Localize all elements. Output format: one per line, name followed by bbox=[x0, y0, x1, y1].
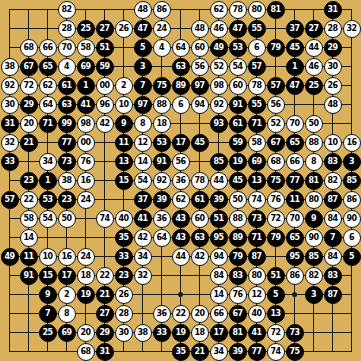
board-cell[interactable]: 16 bbox=[76, 171, 95, 190]
board-cell[interactable]: 79 bbox=[266, 228, 285, 247]
board-cell[interactable]: 3 bbox=[342, 152, 361, 171]
board-cell[interactable]: 69 bbox=[247, 152, 266, 171]
board-cell[interactable]: 36 bbox=[152, 304, 171, 323]
board-cell[interactable]: 45 bbox=[285, 38, 304, 57]
board-cell[interactable]: 71 bbox=[247, 114, 266, 133]
board-cell[interactable]: 13 bbox=[114, 152, 133, 171]
board-cell[interactable]: 38 bbox=[57, 171, 76, 190]
board-cell[interactable] bbox=[0, 228, 19, 247]
board-cell[interactable] bbox=[38, 133, 57, 152]
board-cell[interactable]: 22 bbox=[95, 266, 114, 285]
board-cell[interactable]: 45 bbox=[190, 133, 209, 152]
board-cell[interactable]: 53 bbox=[38, 190, 57, 209]
board-cell[interactable]: 63 bbox=[190, 228, 209, 247]
board-cell[interactable]: 3 bbox=[304, 285, 323, 304]
board-cell[interactable]: 83 bbox=[323, 266, 342, 285]
board-cell[interactable]: 63 bbox=[57, 95, 76, 114]
board-cell[interactable]: 97 bbox=[133, 95, 152, 114]
board-cell[interactable]: 79 bbox=[266, 38, 285, 57]
board-cell[interactable]: 1 bbox=[38, 171, 57, 190]
board-cell[interactable] bbox=[304, 342, 323, 361]
board-cell[interactable] bbox=[266, 57, 285, 76]
board-cell[interactable]: 19 bbox=[76, 285, 95, 304]
board-cell[interactable]: 44 bbox=[171, 247, 190, 266]
board-cell[interactable]: 16 bbox=[57, 247, 76, 266]
board-cell[interactable]: 94 bbox=[209, 247, 228, 266]
board-cell[interactable]: 11 bbox=[114, 133, 133, 152]
board-cell[interactable]: 88 bbox=[152, 95, 171, 114]
board-cell[interactable]: 19 bbox=[228, 152, 247, 171]
board-cell[interactable]: 88 bbox=[304, 133, 323, 152]
board-cell[interactable] bbox=[133, 342, 152, 361]
board-cell[interactable]: 40 bbox=[114, 209, 133, 228]
board-cell[interactable]: 9 bbox=[304, 209, 323, 228]
board-cell[interactable] bbox=[304, 95, 323, 114]
board-cell[interactable]: 48 bbox=[323, 95, 342, 114]
board-cell[interactable]: 21 bbox=[19, 133, 38, 152]
board-cell[interactable] bbox=[285, 304, 304, 323]
board-cell[interactable]: 12 bbox=[247, 285, 266, 304]
board-cell[interactable]: 33 bbox=[152, 323, 171, 342]
board-cell[interactable] bbox=[342, 0, 361, 19]
board-cell[interactable] bbox=[0, 0, 19, 19]
board-cell[interactable]: 89 bbox=[228, 228, 247, 247]
board-cell[interactable]: 65 bbox=[285, 228, 304, 247]
board-cell[interactable]: 66 bbox=[209, 304, 228, 323]
board-cell[interactable] bbox=[114, 57, 133, 76]
board-cell[interactable]: 3 bbox=[133, 57, 152, 76]
board-cell[interactable] bbox=[323, 114, 342, 133]
board-cell[interactable]: 24 bbox=[152, 19, 171, 38]
board-cell[interactable]: 59 bbox=[228, 133, 247, 152]
board-cell[interactable]: 57 bbox=[0, 190, 19, 209]
board-cell[interactable] bbox=[285, 285, 304, 304]
board-cell[interactable]: 76 bbox=[266, 190, 285, 209]
board-cell[interactable]: 30 bbox=[323, 57, 342, 76]
board-cell[interactable]: 91 bbox=[19, 266, 38, 285]
board-cell[interactable] bbox=[152, 285, 171, 304]
board-cell[interactable]: 48 bbox=[190, 19, 209, 38]
board-cell[interactable] bbox=[209, 133, 228, 152]
board-cell[interactable]: 84 bbox=[323, 247, 342, 266]
board-cell[interactable]: 51 bbox=[95, 38, 114, 57]
board-cell[interactable]: 62 bbox=[38, 76, 57, 95]
board-cell[interactable] bbox=[95, 247, 114, 266]
board-cell[interactable]: 7 bbox=[38, 304, 57, 323]
board-cell[interactable]: 52 bbox=[209, 57, 228, 76]
board-cell[interactable]: 49 bbox=[0, 247, 19, 266]
board-cell[interactable]: 59 bbox=[95, 57, 114, 76]
board-cell[interactable]: 30 bbox=[114, 323, 133, 342]
board-cell[interactable]: 91 bbox=[152, 152, 171, 171]
board-cell[interactable]: 00 bbox=[95, 76, 114, 95]
board-cell[interactable]: 84 bbox=[209, 266, 228, 285]
board-cell[interactable]: 20 bbox=[76, 323, 95, 342]
board-cell[interactable]: 64 bbox=[171, 38, 190, 57]
board-cell[interactable]: 25 bbox=[304, 76, 323, 95]
board-cell[interactable] bbox=[0, 285, 19, 304]
board-cell[interactable]: 74 bbox=[247, 190, 266, 209]
board-cell[interactable] bbox=[133, 285, 152, 304]
board-cell[interactable] bbox=[342, 285, 361, 304]
board-cell[interactable]: 90 bbox=[342, 209, 361, 228]
board-cell[interactable]: 8 bbox=[133, 114, 152, 133]
board-cell[interactable]: 99 bbox=[57, 114, 76, 133]
board-cell[interactable]: 72 bbox=[19, 76, 38, 95]
board-cell[interactable] bbox=[19, 323, 38, 342]
board-cell[interactable] bbox=[323, 304, 342, 323]
board-cell[interactable]: 31 bbox=[0, 114, 19, 133]
board-cell[interactable]: 20 bbox=[190, 304, 209, 323]
board-cell[interactable]: 41 bbox=[133, 209, 152, 228]
board-cell[interactable]: 2 bbox=[114, 76, 133, 95]
board-cell[interactable]: 69 bbox=[76, 57, 95, 76]
board-cell[interactable]: 56 bbox=[266, 95, 285, 114]
board-cell[interactable] bbox=[38, 342, 57, 361]
board-cell[interactable]: 47 bbox=[285, 76, 304, 95]
board-cell[interactable]: 29 bbox=[323, 38, 342, 57]
board-cell[interactable]: 67 bbox=[266, 133, 285, 152]
board-cell[interactable]: 53 bbox=[152, 133, 171, 152]
board-cell[interactable]: 85 bbox=[304, 247, 323, 266]
board-cell[interactable]: 18 bbox=[152, 114, 171, 133]
board-cell[interactable]: 58 bbox=[247, 133, 266, 152]
board-cell[interactable]: 25 bbox=[38, 323, 57, 342]
board-cell[interactable]: 36 bbox=[171, 171, 190, 190]
board-cell[interactable]: 2 bbox=[57, 285, 76, 304]
board-cell[interactable]: 23 bbox=[57, 190, 76, 209]
board-cell[interactable] bbox=[323, 342, 342, 361]
board-cell[interactable]: 81 bbox=[228, 323, 247, 342]
board-cell[interactable]: 21 bbox=[95, 285, 114, 304]
board-cell[interactable]: 25 bbox=[76, 19, 95, 38]
board-cell[interactable]: 24 bbox=[76, 247, 95, 266]
board-cell[interactable]: 28 bbox=[323, 19, 342, 38]
board-cell[interactable]: 53 bbox=[228, 38, 247, 57]
board-cell[interactable]: 80 bbox=[247, 0, 266, 19]
board-cell[interactable]: 75 bbox=[285, 342, 304, 361]
board-cell[interactable]: 63 bbox=[171, 57, 190, 76]
board-cell[interactable]: 79 bbox=[228, 247, 247, 266]
board-cell[interactable]: 75 bbox=[152, 76, 171, 95]
board-cell[interactable] bbox=[171, 0, 190, 19]
board-cell[interactable]: 20 bbox=[19, 114, 38, 133]
board-cell[interactable]: 87 bbox=[323, 190, 342, 209]
board-cell[interactable]: 42 bbox=[190, 247, 209, 266]
board-cell[interactable] bbox=[342, 342, 361, 361]
board-cell[interactable]: 78 bbox=[247, 76, 266, 95]
board-cell[interactable]: 55 bbox=[247, 19, 266, 38]
board-cell[interactable]: 40 bbox=[247, 304, 266, 323]
board-cell[interactable]: 36 bbox=[152, 209, 171, 228]
board-cell[interactable]: 14 bbox=[209, 285, 228, 304]
board-cell[interactable]: 54 bbox=[38, 209, 57, 228]
board-cell[interactable] bbox=[0, 19, 19, 38]
board-cell[interactable]: 21 bbox=[190, 342, 209, 361]
board-cell[interactable]: 92 bbox=[0, 76, 19, 95]
board-cell[interactable]: 17 bbox=[209, 323, 228, 342]
board-cell[interactable]: 81 bbox=[266, 0, 285, 19]
board-cell[interactable]: 87 bbox=[247, 247, 266, 266]
board-cell[interactable]: 65 bbox=[38, 57, 57, 76]
board-cell[interactable]: 27 bbox=[304, 19, 323, 38]
board-cell[interactable]: 50 bbox=[57, 209, 76, 228]
board-cell[interactable]: 44 bbox=[304, 38, 323, 57]
board-cell[interactable]: 94 bbox=[190, 95, 209, 114]
board-cell[interactable] bbox=[114, 0, 133, 19]
board-cell[interactable] bbox=[19, 152, 38, 171]
board-cell[interactable]: 13 bbox=[247, 171, 266, 190]
board-cell[interactable] bbox=[19, 342, 38, 361]
board-cell[interactable] bbox=[95, 133, 114, 152]
board-cell[interactable] bbox=[285, 0, 304, 19]
board-cell[interactable]: 31 bbox=[95, 342, 114, 361]
board-cell[interactable]: 6 bbox=[171, 95, 190, 114]
board-cell[interactable]: 60 bbox=[190, 209, 209, 228]
board-cell[interactable]: 48 bbox=[133, 0, 152, 19]
board-cell[interactable]: 6 bbox=[342, 228, 361, 247]
board-cell[interactable]: 95 bbox=[209, 228, 228, 247]
board-cell[interactable]: 65 bbox=[285, 133, 304, 152]
board-cell[interactable]: 10 bbox=[323, 133, 342, 152]
board-cell[interactable]: 1 bbox=[285, 57, 304, 76]
board-cell[interactable]: 78 bbox=[228, 0, 247, 19]
board-cell[interactable]: 72 bbox=[266, 323, 285, 342]
board-cell[interactable] bbox=[0, 304, 19, 323]
board-cell[interactable] bbox=[190, 266, 209, 285]
board-cell[interactable]: 49 bbox=[209, 38, 228, 57]
board-cell[interactable] bbox=[304, 323, 323, 342]
board-cell[interactable]: 70 bbox=[57, 38, 76, 57]
board-cell[interactable] bbox=[19, 0, 38, 19]
board-cell[interactable] bbox=[342, 114, 361, 133]
board-cell[interactable]: 47 bbox=[133, 19, 152, 38]
board-cell[interactable] bbox=[19, 285, 38, 304]
board-cell[interactable]: 55 bbox=[247, 95, 266, 114]
board-cell[interactable]: 31 bbox=[323, 0, 342, 19]
board-cell[interactable]: 84 bbox=[323, 209, 342, 228]
board-cell[interactable] bbox=[342, 323, 361, 342]
board-cell[interactable]: 47 bbox=[228, 19, 247, 38]
board-cell[interactable]: 81 bbox=[304, 171, 323, 190]
board-cell[interactable]: 27 bbox=[95, 19, 114, 38]
board-cell[interactable]: 50 bbox=[228, 190, 247, 209]
board-cell[interactable]: 54 bbox=[133, 171, 152, 190]
board-cell[interactable] bbox=[0, 323, 19, 342]
board-cell[interactable]: 27 bbox=[95, 304, 114, 323]
board-cell[interactable]: 71 bbox=[247, 228, 266, 247]
board-cell[interactable] bbox=[38, 19, 57, 38]
board-cell[interactable]: 74 bbox=[266, 342, 285, 361]
board-cell[interactable]: 17 bbox=[57, 266, 76, 285]
board-cell[interactable] bbox=[152, 266, 171, 285]
board-cell[interactable]: 43 bbox=[171, 209, 190, 228]
board-cell[interactable] bbox=[304, 0, 323, 19]
board-cell[interactable]: 70 bbox=[285, 114, 304, 133]
board-cell[interactable] bbox=[57, 228, 76, 247]
board-cell[interactable]: 92 bbox=[209, 95, 228, 114]
board-cell[interactable]: 34 bbox=[209, 342, 228, 361]
board-cell[interactable] bbox=[304, 304, 323, 323]
board-cell[interactable]: 67 bbox=[19, 57, 38, 76]
board-cell[interactable]: 23 bbox=[19, 171, 38, 190]
board-cell[interactable]: 52 bbox=[266, 114, 285, 133]
board-cell[interactable]: 90 bbox=[304, 228, 323, 247]
board-cell[interactable] bbox=[0, 266, 19, 285]
board-cell[interactable]: 1 bbox=[76, 76, 95, 95]
board-cell[interactable]: 80 bbox=[304, 190, 323, 209]
board-cell[interactable]: 35 bbox=[171, 342, 190, 361]
board-cell[interactable]: 14 bbox=[133, 152, 152, 171]
board-cell[interactable] bbox=[152, 342, 171, 361]
board-cell[interactable]: 66 bbox=[285, 152, 304, 171]
board-cell[interactable] bbox=[171, 114, 190, 133]
board-cell[interactable]: 41 bbox=[247, 323, 266, 342]
board-cell[interactable]: 92 bbox=[152, 171, 171, 190]
board-cell[interactable]: 9 bbox=[38, 285, 57, 304]
board-cell[interactable]: 7 bbox=[323, 228, 342, 247]
board-cell[interactable]: 46 bbox=[304, 57, 323, 76]
board-cell[interactable]: 30 bbox=[0, 95, 19, 114]
board-cell[interactable]: 95 bbox=[285, 247, 304, 266]
board-cell[interactable]: 82 bbox=[323, 171, 342, 190]
board-cell[interactable]: 19 bbox=[171, 323, 190, 342]
board-cell[interactable] bbox=[76, 228, 95, 247]
board-cell[interactable]: 83 bbox=[323, 152, 342, 171]
board-cell[interactable]: 39 bbox=[152, 190, 171, 209]
board-cell[interactable]: 8 bbox=[57, 304, 76, 323]
board-cell[interactable]: 89 bbox=[171, 76, 190, 95]
board-cell[interactable]: 26 bbox=[323, 76, 342, 95]
board-cell[interactable]: 16 bbox=[342, 133, 361, 152]
board-cell[interactable]: 34 bbox=[133, 247, 152, 266]
board-cell[interactable]: 51 bbox=[209, 209, 228, 228]
board-cell[interactable]: 76 bbox=[76, 152, 95, 171]
board-cell[interactable] bbox=[95, 190, 114, 209]
board-cell[interactable]: 74 bbox=[95, 209, 114, 228]
board-cell[interactable]: 10 bbox=[38, 247, 57, 266]
board-cell[interactable] bbox=[190, 152, 209, 171]
board-cell[interactable]: 5 bbox=[342, 247, 361, 266]
board-cell[interactable] bbox=[76, 0, 95, 19]
board-cell[interactable]: 18 bbox=[76, 266, 95, 285]
board-cell[interactable]: 56 bbox=[171, 152, 190, 171]
board-cell[interactable]: 12 bbox=[133, 133, 152, 152]
board-cell[interactable]: 37 bbox=[133, 190, 152, 209]
board-cell[interactable]: 73 bbox=[247, 209, 266, 228]
board-cell[interactable]: 98 bbox=[76, 114, 95, 133]
board-cell[interactable]: 35 bbox=[114, 228, 133, 247]
board-cell[interactable]: 77 bbox=[247, 342, 266, 361]
board-cell[interactable]: 29 bbox=[19, 95, 38, 114]
board-cell[interactable] bbox=[114, 342, 133, 361]
board-cell[interactable] bbox=[95, 152, 114, 171]
board-cell[interactable]: 86 bbox=[342, 190, 361, 209]
board-cell[interactable]: 45 bbox=[228, 171, 247, 190]
board-cell[interactable] bbox=[0, 209, 19, 228]
board-cell[interactable] bbox=[323, 323, 342, 342]
board-cell[interactable]: 11 bbox=[19, 247, 38, 266]
board-cell[interactable] bbox=[171, 285, 190, 304]
board-cell[interactable]: 62 bbox=[171, 190, 190, 209]
board-cell[interactable]: 6 bbox=[247, 38, 266, 57]
board-cell[interactable]: 32 bbox=[342, 19, 361, 38]
board-cell[interactable]: 00 bbox=[76, 133, 95, 152]
board-cell[interactable]: 76 bbox=[228, 285, 247, 304]
board-cell[interactable] bbox=[342, 57, 361, 76]
board-cell[interactable] bbox=[133, 304, 152, 323]
board-cell[interactable] bbox=[171, 19, 190, 38]
board-cell[interactable]: 26 bbox=[114, 19, 133, 38]
board-cell[interactable]: 73 bbox=[57, 152, 76, 171]
board-cell[interactable]: 26 bbox=[114, 285, 133, 304]
board-cell[interactable] bbox=[190, 0, 209, 19]
board-cell[interactable]: 98 bbox=[209, 76, 228, 95]
board-cell[interactable] bbox=[95, 171, 114, 190]
board-cell[interactable]: 32 bbox=[133, 266, 152, 285]
board-cell[interactable]: 32 bbox=[0, 133, 19, 152]
board-cell[interactable] bbox=[190, 285, 209, 304]
board-cell[interactable]: 58 bbox=[19, 209, 38, 228]
board-cell[interactable]: 39 bbox=[209, 190, 228, 209]
board-cell[interactable]: 64 bbox=[152, 228, 171, 247]
board-cell[interactable]: 67 bbox=[228, 304, 247, 323]
board-cell[interactable] bbox=[76, 304, 95, 323]
board-cell[interactable] bbox=[266, 247, 285, 266]
board-cell[interactable] bbox=[342, 38, 361, 57]
board-cell[interactable]: 46 bbox=[209, 19, 228, 38]
board-cell[interactable]: 44 bbox=[209, 171, 228, 190]
board-cell[interactable]: 83 bbox=[228, 266, 247, 285]
board-cell[interactable]: 82 bbox=[304, 266, 323, 285]
board-cell[interactable]: 51 bbox=[266, 266, 285, 285]
board-cell[interactable]: 64 bbox=[38, 95, 57, 114]
board-cell[interactable] bbox=[342, 266, 361, 285]
board-cell[interactable]: 42 bbox=[133, 228, 152, 247]
board-cell[interactable]: 62 bbox=[209, 0, 228, 19]
board-cell[interactable] bbox=[76, 209, 95, 228]
board-cell[interactable]: 38 bbox=[0, 57, 19, 76]
board-cell[interactable] bbox=[171, 266, 190, 285]
board-cell[interactable]: 43 bbox=[171, 228, 190, 247]
board-cell[interactable]: 28 bbox=[114, 304, 133, 323]
board-cell[interactable]: 73 bbox=[285, 323, 304, 342]
board-cell[interactable]: 9 bbox=[114, 114, 133, 133]
board-cell[interactable]: 50 bbox=[304, 114, 323, 133]
board-cell[interactable]: 29 bbox=[95, 323, 114, 342]
board-cell[interactable]: 56 bbox=[190, 57, 209, 76]
board-cell[interactable]: 37 bbox=[285, 19, 304, 38]
board-cell[interactable]: 77 bbox=[57, 133, 76, 152]
board-cell[interactable]: 97 bbox=[190, 76, 209, 95]
board-cell[interactable]: 61 bbox=[228, 114, 247, 133]
board-cell[interactable]: 7 bbox=[133, 76, 152, 95]
board-cell[interactable]: 4 bbox=[152, 38, 171, 57]
board-cell[interactable] bbox=[266, 19, 285, 38]
board-cell[interactable]: 33 bbox=[114, 247, 133, 266]
board-cell[interactable]: 68 bbox=[76, 342, 95, 361]
board-cell[interactable]: 22 bbox=[171, 304, 190, 323]
board-cell[interactable]: 61 bbox=[57, 76, 76, 95]
board-cell[interactable]: 4 bbox=[57, 57, 76, 76]
board-cell[interactable] bbox=[19, 19, 38, 38]
board-cell[interactable] bbox=[57, 342, 76, 361]
board-cell[interactable]: 86 bbox=[152, 0, 171, 19]
board-cell[interactable]: 86 bbox=[285, 266, 304, 285]
board-cell[interactable] bbox=[0, 38, 19, 57]
board-cell[interactable]: 66 bbox=[38, 38, 57, 57]
board-cell[interactable]: 10 bbox=[114, 95, 133, 114]
